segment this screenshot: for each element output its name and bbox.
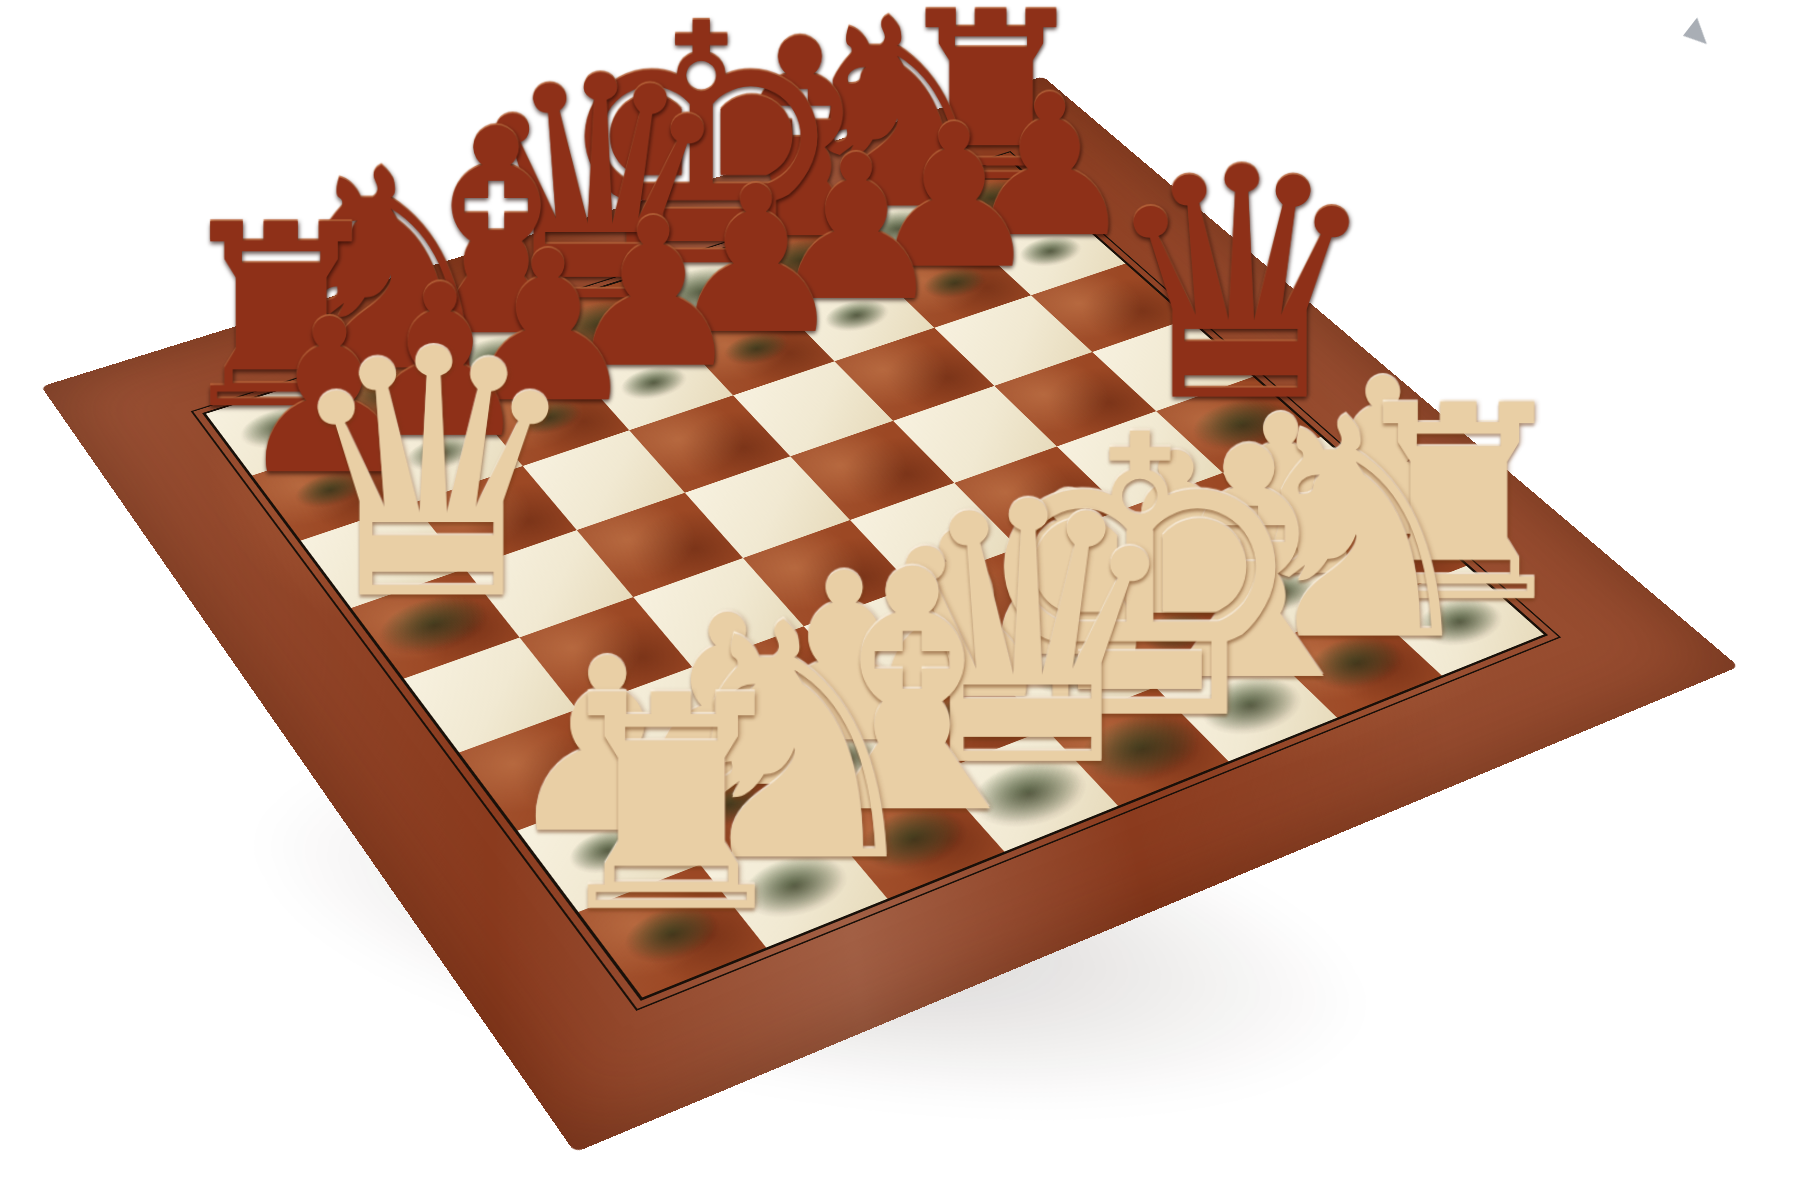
scene-3d: ♜♞♟♝♟♚♟♛♟♝♟♞♟♛♜♟♟♟♟♜♛♟♞♟♝♟♚♟♛♟♝♟♞♜ xyxy=(0,0,1800,1200)
white-rook-glyph: ♜ xyxy=(538,657,803,953)
white-queen-glyph: ♛ xyxy=(279,306,585,647)
chess-board: ♜♞♟♝♟♚♟♛♟♝♟♞♟♛♜♟♟♟♟♜♛♟♞♟♝♟♚♟♛♟♝♟♞♜ xyxy=(41,76,1739,1152)
product-photo-stage: ♜♞♟♝♟♚♟♛♟♝♟♞♟♛♜♟♟♟♟♜♛♟♞♟♝♟♚♟♛♟♝♟♞♜ xyxy=(0,0,1800,1200)
